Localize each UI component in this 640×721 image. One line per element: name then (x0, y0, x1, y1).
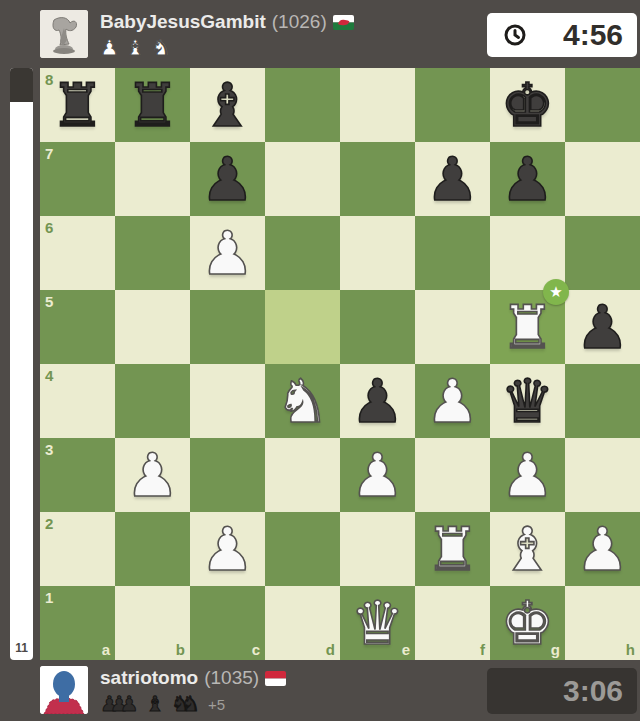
piece-white-pawn-g3[interactable]: ♟ (490, 438, 565, 512)
file-label-h: h (626, 641, 635, 658)
square-g1[interactable]: g♚ (490, 586, 565, 660)
rank-label-5: 5 (45, 293, 53, 310)
square-f4[interactable]: ♟ (415, 364, 490, 438)
evaluation-value: 11 (10, 641, 33, 655)
square-b7[interactable] (115, 142, 190, 216)
square-e7[interactable] (340, 142, 415, 216)
top-captured-pieces: ♟♝♞ (100, 36, 354, 60)
square-a8[interactable]: 8♜ (40, 68, 115, 142)
rank-label-6: 6 (45, 219, 53, 236)
piece-white-pawn-c6[interactable]: ♟ (190, 216, 265, 290)
square-f8[interactable] (415, 68, 490, 142)
piece-white-pawn-h2[interactable]: ♟ (565, 512, 640, 586)
square-g2[interactable]: ♝ (490, 512, 565, 586)
bottom-username[interactable]: satriotomo (100, 667, 198, 689)
square-d1[interactable]: d (265, 586, 340, 660)
bottom-player-bar: satriotomo (1035) ♟♟♟♝♞♞+5 3:06 (0, 660, 640, 721)
square-d6[interactable] (265, 216, 340, 290)
clock-icon (503, 23, 527, 47)
square-c3[interactable] (190, 438, 265, 512)
chess-board[interactable]: 8♜♜♝♚7♟♟♟6♟5♜♟4♞♟♟♛3♟♟♟2♟♜♝♟1abcde♛fg♚h★ (40, 68, 640, 660)
piece-white-pawn-c2[interactable]: ♟ (190, 512, 265, 586)
square-f2[interactable]: ♜ (415, 512, 490, 586)
square-e6[interactable] (340, 216, 415, 290)
square-e2[interactable] (340, 512, 415, 586)
square-c8[interactable]: ♝ (190, 68, 265, 142)
captured-white-knight-icon: ♞ (152, 37, 171, 59)
captured-black-knight-icon: ♞ (181, 693, 200, 715)
square-f3[interactable] (415, 438, 490, 512)
square-b1[interactable]: b (115, 586, 190, 660)
piece-white-rook-f2[interactable]: ♜ (415, 512, 490, 586)
piece-black-rook-b8[interactable]: ♜ (115, 68, 190, 142)
square-c5[interactable] (190, 290, 265, 364)
square-h6[interactable] (565, 216, 640, 290)
statue-avatar-image (40, 10, 88, 58)
square-a4[interactable]: 4 (40, 364, 115, 438)
square-d2[interactable] (265, 512, 340, 586)
square-f7[interactable]: ♟ (415, 142, 490, 216)
square-d4[interactable]: ♞ (265, 364, 340, 438)
bottom-captured-pieces: ♟♟♟♝♞♞+5 (100, 692, 286, 716)
wales-flag-icon (333, 15, 354, 30)
square-b4[interactable] (115, 364, 190, 438)
piece-white-queen-e1[interactable]: ♛ (340, 586, 415, 660)
person-avatar-image (40, 666, 88, 714)
square-h4[interactable] (565, 364, 640, 438)
square-a2[interactable]: 2 (40, 512, 115, 586)
square-e1[interactable]: e♛ (340, 586, 415, 660)
square-g7[interactable]: ♟ (490, 142, 565, 216)
piece-black-queen-g4[interactable]: ♛ (490, 364, 565, 438)
square-h1[interactable]: h (565, 586, 640, 660)
square-e5[interactable] (340, 290, 415, 364)
square-b6[interactable] (115, 216, 190, 290)
square-a1[interactable]: 1a (40, 586, 115, 660)
top-rating: (1026) (272, 11, 327, 33)
square-h8[interactable] (565, 68, 640, 142)
bottom-clock-time: 3:06 (563, 674, 623, 708)
piece-white-pawn-f4[interactable]: ♟ (415, 364, 490, 438)
rank-label-4: 4 (45, 367, 53, 384)
square-b8[interactable]: ♜ (115, 68, 190, 142)
square-c6[interactable]: ♟ (190, 216, 265, 290)
piece-white-pawn-b3[interactable]: ♟ (115, 438, 190, 512)
square-h7[interactable] (565, 142, 640, 216)
square-a3[interactable]: 3 (40, 438, 115, 512)
square-d3[interactable] (265, 438, 340, 512)
square-a6[interactable]: 6 (40, 216, 115, 290)
piece-black-pawn-f7[interactable]: ♟ (415, 142, 490, 216)
evaluation-bar-black-section (10, 68, 33, 102)
piece-white-bishop-g2[interactable]: ♝ (490, 512, 565, 586)
piece-black-king-g8[interactable]: ♚ (490, 68, 565, 142)
top-clock-time: 4:56 (563, 18, 623, 52)
square-c2[interactable]: ♟ (190, 512, 265, 586)
captured-black-pawn-icon: ♟ (120, 693, 139, 715)
piece-black-pawn-e4[interactable]: ♟ (340, 364, 415, 438)
avatar[interactable] (40, 666, 88, 714)
square-h3[interactable] (565, 438, 640, 512)
top-username[interactable]: BabyJesusGambit (100, 11, 266, 33)
best-move-star-badge: ★ (543, 279, 569, 305)
square-h2[interactable]: ♟ (565, 512, 640, 586)
rank-label-3: 3 (45, 441, 53, 458)
avatar[interactable] (40, 10, 88, 58)
piece-white-king-g1[interactable]: ♚ (490, 586, 565, 660)
file-label-c: c (252, 641, 260, 658)
square-c4[interactable] (190, 364, 265, 438)
square-c1[interactable]: c (190, 586, 265, 660)
square-g8[interactable]: ♚ (490, 68, 565, 142)
file-label-b: b (176, 641, 185, 658)
captured-black-bishop-icon: ♝ (145, 693, 164, 715)
piece-white-knight-d4[interactable]: ♞ (265, 364, 340, 438)
square-d8[interactable] (265, 68, 340, 142)
file-label-f: f (480, 641, 485, 658)
square-f5[interactable] (415, 290, 490, 364)
piece-black-pawn-h5[interactable]: ♟ (565, 290, 640, 364)
rank-label-2: 2 (45, 515, 53, 532)
square-h5[interactable]: ♟ (565, 290, 640, 364)
square-g3[interactable]: ♟ (490, 438, 565, 512)
captured-white-bishop-icon: ♝ (126, 37, 145, 59)
square-d7[interactable] (265, 142, 340, 216)
square-g4[interactable]: ♛ (490, 364, 565, 438)
evaluation-bar: 11 (10, 68, 33, 660)
bottom-rating: (1035) (204, 667, 259, 689)
square-e8[interactable] (340, 68, 415, 142)
square-b2[interactable] (115, 512, 190, 586)
material-advantage: +5 (208, 696, 225, 713)
piece-black-bishop-c8[interactable]: ♝ (190, 68, 265, 142)
star-icon: ★ (549, 285, 562, 300)
file-label-d: d (326, 641, 335, 658)
square-f6[interactable] (415, 216, 490, 290)
captured-white-pawn-icon: ♟ (100, 37, 119, 59)
square-f1[interactable]: f (415, 586, 490, 660)
square-c7[interactable]: ♟ (190, 142, 265, 216)
square-b5[interactable] (115, 290, 190, 364)
piece-white-pawn-e3[interactable]: ♟ (340, 438, 415, 512)
square-e4[interactable]: ♟ (340, 364, 415, 438)
indonesia-flag-icon (265, 671, 286, 686)
rank-label-7: 7 (45, 145, 53, 162)
square-a5[interactable]: 5 (40, 290, 115, 364)
square-d5[interactable] (265, 290, 340, 364)
piece-black-rook-a8[interactable]: ♜ (40, 68, 115, 142)
piece-black-pawn-c7[interactable]: ♟ (190, 142, 265, 216)
bottom-clock: 3:06 (487, 668, 637, 714)
file-label-a: a (102, 641, 110, 658)
rank-label-1: 1 (45, 589, 53, 606)
top-clock: 4:56 (487, 13, 637, 57)
piece-black-pawn-g7[interactable]: ♟ (490, 142, 565, 216)
square-e3[interactable]: ♟ (340, 438, 415, 512)
square-a7[interactable]: 7 (40, 142, 115, 216)
square-b3[interactable]: ♟ (115, 438, 190, 512)
